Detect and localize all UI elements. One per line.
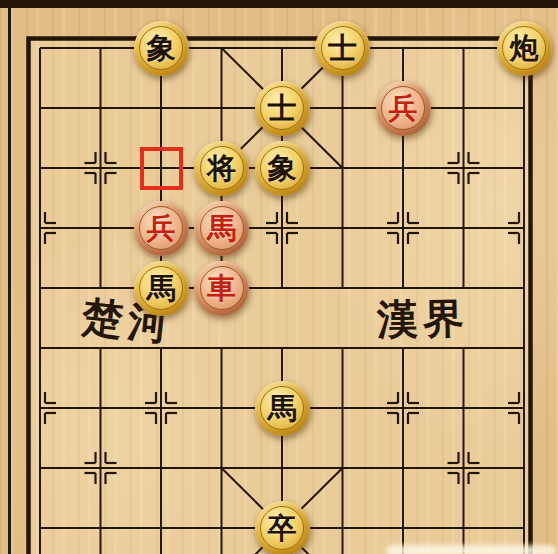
red-chariot-piece[interactable]: 車 xyxy=(194,261,249,316)
black-advisor-piece[interactable]: 士 xyxy=(315,21,370,76)
piece-character: 馬 xyxy=(134,261,189,316)
red-horse-piece[interactable]: 馬 xyxy=(194,201,249,256)
piece-character: 士 xyxy=(255,81,310,136)
piece-character: 馬 xyxy=(194,201,249,256)
red-soldier-piece[interactable]: 兵 xyxy=(134,201,189,256)
piece-character: 兵 xyxy=(134,201,189,256)
black-horse-piece[interactable]: 馬 xyxy=(255,381,310,436)
piece-character: 車 xyxy=(194,261,249,316)
piece-character: 兵 xyxy=(376,81,431,136)
black-elephant-piece[interactable]: 象 xyxy=(134,21,189,76)
table-edge-top xyxy=(0,0,558,8)
black-horse-piece[interactable]: 馬 xyxy=(134,261,189,316)
black-advisor-piece[interactable]: 士 xyxy=(255,81,310,136)
black-soldier-piece[interactable]: 卒 xyxy=(255,501,310,554)
last-move-highlight xyxy=(140,147,183,190)
black-elephant-piece[interactable]: 象 xyxy=(255,141,310,196)
piece-character: 馬 xyxy=(255,381,310,436)
black-cannon-piece[interactable]: 炮 xyxy=(497,21,552,76)
piece-character: 象 xyxy=(134,21,189,76)
black-general-piece[interactable]: 将 xyxy=(194,141,249,196)
xiangqi-board-screen: 楚河 漢界 象士炮士兵将象兵馬馬車馬卒 xyxy=(0,0,558,554)
river-label-right: 漢界 xyxy=(376,294,470,344)
piece-character: 将 xyxy=(194,141,249,196)
piece-character: 象 xyxy=(255,141,310,196)
bottom-glow xyxy=(386,545,556,554)
table-edge-left xyxy=(8,8,11,554)
piece-character: 卒 xyxy=(255,501,310,554)
piece-character: 炮 xyxy=(497,21,552,76)
piece-character: 士 xyxy=(315,21,370,76)
red-soldier-piece[interactable]: 兵 xyxy=(376,81,431,136)
